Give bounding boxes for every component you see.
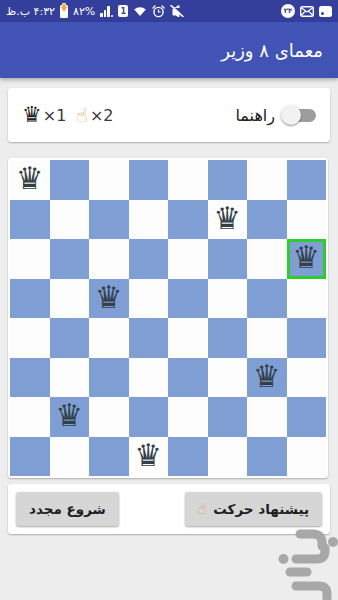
screenshot-gallery-icon [319, 6, 332, 17]
remaining-counters: ♛ ×1 ☝ ×2 [22, 104, 114, 126]
board-square[interactable] [168, 239, 208, 279]
board-square[interactable] [50, 358, 90, 398]
board-square[interactable] [287, 200, 327, 240]
counters-card: ♛ ×1 ☝ ×2 راهنما [8, 88, 330, 142]
board-square[interactable] [247, 318, 287, 358]
board-square[interactable] [10, 437, 50, 477]
board-square[interactable]: ♛ [89, 279, 129, 319]
board-square[interactable] [287, 318, 327, 358]
helper-label: راهنما [235, 106, 275, 125]
chess-board: ♛♛♛♛♛♛♛ [10, 160, 326, 476]
status-right-group: ۲۴ [281, 4, 332, 18]
board-square[interactable] [10, 397, 50, 437]
board-square[interactable] [89, 437, 129, 477]
hints-remaining-count: ×2 [90, 106, 114, 125]
board-square[interactable] [247, 437, 287, 477]
queen-piece: ♛ [95, 282, 123, 313]
alarm-clock-icon [152, 5, 165, 18]
board-square[interactable] [10, 358, 50, 398]
board-square[interactable] [50, 318, 90, 358]
board-square[interactable] [129, 239, 169, 279]
page-title: معمای ۸ وزیر [221, 40, 323, 61]
board-square[interactable] [168, 437, 208, 477]
sim-slot-icon: 1 [118, 5, 128, 17]
board-square[interactable] [287, 279, 327, 319]
signal-strength-icon [100, 5, 113, 17]
board-square[interactable] [129, 200, 169, 240]
board-square[interactable] [208, 279, 248, 319]
board-square[interactable] [287, 397, 327, 437]
watermark-logo [278, 526, 338, 600]
board-square[interactable] [247, 239, 287, 279]
queen-piece: ♛ [16, 163, 44, 194]
board-square[interactable] [50, 200, 90, 240]
board-square[interactable] [168, 200, 208, 240]
board-square[interactable] [208, 397, 248, 437]
message-envelope-icon [300, 6, 314, 17]
queen-piece: ♛ [55, 400, 83, 431]
queen-piece: ♛ [213, 203, 241, 234]
board-square[interactable] [50, 239, 90, 279]
board-square[interactable] [129, 160, 169, 200]
board-square[interactable] [50, 160, 90, 200]
board-square[interactable] [89, 239, 129, 279]
board-square[interactable] [247, 279, 287, 319]
board-square[interactable] [247, 160, 287, 200]
queen-piece: ♛ [253, 361, 281, 392]
board-square[interactable] [89, 397, 129, 437]
restart-button-label: شروع مجدد [29, 501, 106, 517]
board-square[interactable]: ♛ [10, 160, 50, 200]
board-square[interactable] [168, 358, 208, 398]
board-square[interactable]: ♛ [208, 200, 248, 240]
board-square[interactable] [129, 279, 169, 319]
board-square[interactable] [168, 160, 208, 200]
board-square[interactable] [208, 160, 248, 200]
board-square[interactable] [89, 160, 129, 200]
switch-thumb[interactable] [281, 105, 301, 125]
actions-card: شروع مجدد پیشنهاد حرکت ☝ [8, 484, 330, 534]
board-square[interactable] [287, 358, 327, 398]
board-square[interactable] [129, 397, 169, 437]
board-square[interactable] [168, 279, 208, 319]
clock-text: ۴:۳۲ ب.ظ [6, 5, 55, 18]
suggest-button-label: پیشنهاد حرکت [213, 501, 309, 517]
notifications-muted-icon [170, 5, 184, 17]
board-square[interactable] [287, 437, 327, 477]
queen-piece: ♛ [292, 242, 320, 273]
suggest-finger-icon: ☝ [198, 501, 208, 517]
board-square[interactable] [168, 397, 208, 437]
notification-badge-24-icon: ۲۴ [281, 4, 295, 18]
board-card: ♛♛♛♛♛♛♛ [8, 158, 328, 478]
board-square[interactable] [89, 318, 129, 358]
board-square[interactable] [10, 279, 50, 319]
board-square[interactable] [247, 397, 287, 437]
helper-toggle-switch[interactable] [284, 109, 316, 122]
board-square[interactable] [10, 239, 50, 279]
restart-button[interactable]: شروع مجدد [16, 492, 119, 526]
battery-charging-icon [60, 5, 68, 18]
board-square[interactable] [50, 437, 90, 477]
wifi-icon [133, 6, 147, 17]
queen-piece: ♛ [134, 440, 162, 471]
board-square[interactable] [208, 358, 248, 398]
board-square[interactable] [247, 200, 287, 240]
hint-finger-icon: ☝ [76, 106, 88, 125]
board-square[interactable] [10, 318, 50, 358]
board-square[interactable]: ♛ [50, 397, 90, 437]
status-bar: ۴:۳۲ ب.ظ ۸۲% 1 ۲۴ [0, 0, 338, 22]
status-left-group: ۴:۳۲ ب.ظ ۸۲% 1 [6, 5, 184, 18]
board-square[interactable]: ♛ [247, 358, 287, 398]
queen-counter-icon: ♛ [22, 104, 42, 126]
board-square[interactable]: ♛ [129, 437, 169, 477]
suggest-move-button[interactable]: پیشنهاد حرکت ☝ [185, 492, 322, 526]
board-square[interactable] [89, 358, 129, 398]
board-square[interactable] [129, 318, 169, 358]
board-square[interactable] [89, 200, 129, 240]
board-square[interactable] [208, 239, 248, 279]
board-square[interactable] [287, 160, 327, 200]
app-bar: معمای ۸ وزیر [0, 22, 338, 78]
board-square[interactable] [208, 318, 248, 358]
board-square[interactable] [168, 318, 208, 358]
board-square[interactable] [208, 437, 248, 477]
board-square[interactable] [10, 200, 50, 240]
queens-remaining-count: ×1 [43, 106, 67, 125]
board-square[interactable] [129, 358, 169, 398]
board-square[interactable]: ♛ [287, 239, 327, 279]
battery-percent-text: ۸۲% [73, 5, 95, 18]
helper-control: راهنما [235, 106, 316, 125]
board-square[interactable] [50, 279, 90, 319]
